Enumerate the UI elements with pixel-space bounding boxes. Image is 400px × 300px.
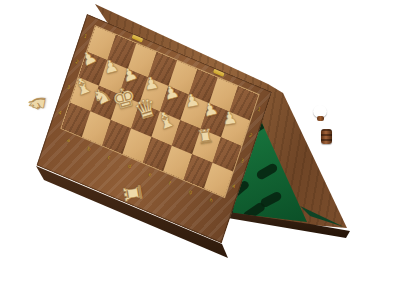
file-label: a <box>66 137 70 143</box>
dark-piece-latch-knob <box>321 129 332 144</box>
white-knight-fallen: ♞ <box>24 92 51 115</box>
chess-set-photo: abcdefgh 1234 1234 ♟♟♟♟♟♟♟♟♞♝♞♚♛♝♜♜ <box>0 0 400 300</box>
file-label: f <box>168 180 171 185</box>
rank-label: 4 <box>58 110 63 116</box>
file-label: h <box>209 198 214 204</box>
rank-label: 2 <box>75 59 80 65</box>
file-label: d <box>127 163 132 169</box>
dark-piece-neck <box>317 116 324 121</box>
rank-label: 3 <box>240 158 245 164</box>
piece-storage-recess <box>255 162 279 181</box>
file-label: g <box>189 189 194 195</box>
rank-label: 1 <box>257 107 262 113</box>
file-label: c <box>107 155 111 161</box>
chess-board-grid <box>62 26 259 197</box>
file-label: b <box>87 146 92 152</box>
rank-label: 3 <box>66 85 71 91</box>
rank-label: 1 <box>83 34 88 40</box>
file-label: e <box>148 172 152 178</box>
rank-label: 2 <box>249 132 254 138</box>
rank-label: 4 <box>232 183 237 189</box>
